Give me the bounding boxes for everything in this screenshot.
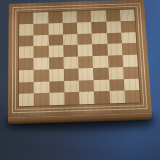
photo-background [0, 0, 160, 160]
square-a2 [19, 82, 34, 95]
square-f2 [94, 79, 110, 91]
square-a4 [19, 58, 34, 70]
square-d2 [64, 80, 79, 92]
square-f5 [92, 44, 107, 56]
square-a5 [19, 46, 34, 58]
square-h4 [122, 55, 138, 67]
square-d1 [64, 92, 79, 105]
square-b4 [34, 57, 49, 69]
square-b8 [33, 12, 48, 24]
square-b3 [34, 69, 49, 81]
square-f3 [93, 67, 108, 79]
square-h8 [120, 9, 135, 21]
square-f6 [92, 33, 107, 45]
square-e1 [79, 92, 95, 105]
square-g8 [105, 10, 120, 22]
square-d6 [63, 34, 78, 46]
square-e2 [79, 80, 94, 92]
square-c3 [49, 69, 64, 81]
square-e3 [78, 68, 93, 80]
square-h7 [120, 20, 135, 32]
square-e7 [77, 22, 92, 34]
square-b5 [34, 46, 49, 58]
square-e8 [77, 11, 92, 23]
square-b6 [34, 34, 49, 46]
square-f4 [93, 56, 108, 68]
square-a6 [19, 35, 34, 47]
board-top-face [8, 0, 152, 117]
square-g4 [108, 55, 123, 67]
square-e5 [78, 45, 93, 57]
square-b2 [34, 81, 49, 94]
square-a8 [19, 13, 33, 25]
chess-board [4, 0, 152, 123]
square-e4 [78, 56, 93, 68]
square-g1 [109, 91, 125, 104]
square-a7 [19, 24, 34, 36]
square-c6 [48, 34, 63, 46]
square-b1 [34, 93, 49, 106]
square-f7 [91, 21, 106, 33]
square-c1 [49, 93, 64, 106]
square-d8 [62, 11, 77, 23]
square-h5 [122, 43, 137, 55]
square-c2 [49, 81, 64, 94]
square-h1 [124, 90, 140, 103]
square-d4 [63, 57, 78, 69]
square-g6 [106, 32, 121, 44]
square-g3 [108, 67, 124, 79]
square-c5 [48, 45, 63, 57]
square-g2 [109, 79, 125, 91]
square-h2 [124, 78, 140, 90]
square-h3 [123, 66, 139, 78]
square-d7 [62, 22, 77, 34]
square-g5 [107, 44, 122, 56]
square-e6 [77, 33, 92, 45]
square-d3 [64, 68, 79, 80]
square-b7 [34, 23, 49, 35]
board-grid [19, 9, 140, 106]
square-f8 [91, 10, 106, 22]
square-c7 [48, 23, 63, 35]
square-d5 [63, 45, 78, 57]
square-h6 [121, 32, 136, 44]
square-g7 [106, 21, 121, 33]
square-a1 [19, 94, 34, 107]
square-a3 [19, 70, 34, 82]
board-frame [8, 0, 152, 117]
square-c4 [49, 57, 64, 69]
square-c8 [48, 12, 63, 24]
square-f1 [94, 91, 110, 104]
